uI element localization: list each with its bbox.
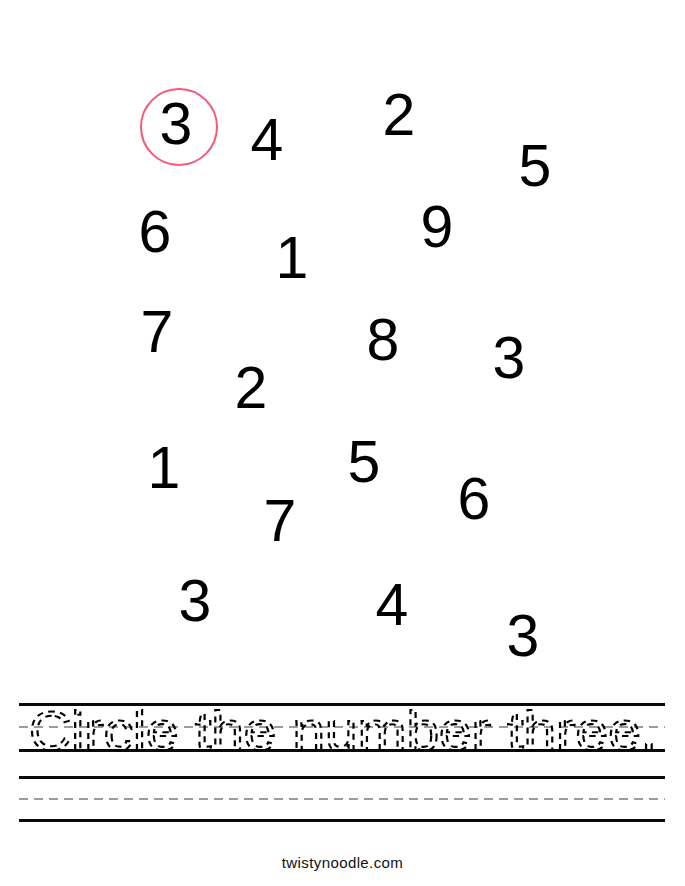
scattered-number-7[interactable]: 7 (141, 303, 174, 362)
traceable-instruction: Circle the number three. (19, 696, 665, 756)
scattered-number-9[interactable]: 9 (421, 198, 454, 257)
scattered-number-6[interactable]: 6 (139, 203, 172, 262)
practice-line-top-rule (19, 776, 665, 779)
site-credit: twistynoodle.com (0, 854, 685, 871)
scattered-number-1[interactable]: 1 (148, 439, 181, 498)
scattered-number-7[interactable]: 7 (264, 492, 297, 551)
scattered-number-6[interactable]: 6 (458, 470, 491, 529)
scattered-number-5[interactable]: 5 (519, 137, 552, 196)
practice-line-bottom-rule (19, 819, 665, 822)
scattered-number-4[interactable]: 4 (251, 111, 284, 170)
traceable-instruction-text: Circle the number three. (29, 700, 657, 762)
scattered-number-2[interactable]: 2 (383, 86, 416, 145)
worksheet-page: 342569178321576343 Circle the number thr… (0, 0, 685, 886)
scattered-number-2[interactable]: 2 (235, 359, 268, 418)
scattered-number-5[interactable]: 5 (348, 433, 381, 492)
scattered-number-8[interactable]: 8 (367, 311, 400, 370)
scattered-number-3[interactable]: 3 (179, 572, 212, 631)
scattered-number-3[interactable]: 3 (493, 329, 526, 388)
scattered-number-3[interactable]: 3 (507, 607, 540, 666)
circle-annotation (140, 88, 218, 166)
scattered-number-4[interactable]: 4 (376, 576, 409, 635)
scattered-number-1[interactable]: 1 (276, 229, 309, 288)
practice-line-mid-rule (19, 798, 665, 800)
